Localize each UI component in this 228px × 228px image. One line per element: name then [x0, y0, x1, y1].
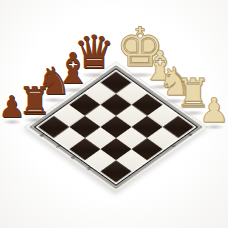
- chess-piece-light-bishop: ♝: [140, 46, 181, 87]
- chessboard-mat: 8765ef: [24, 61, 208, 192]
- chess-piece-dark-knight: ♞: [35, 62, 73, 100]
- product-photo-stage: 8765ef ♟♜♞♝♛♚♝♞♜♟: [0, 0, 228, 228]
- piece-ground-shadow: [3, 119, 22, 125]
- board-coordinate-label: e: [185, 131, 195, 138]
- chessboard-grid: [38, 71, 194, 182]
- chess-piece-dark-pawn: ♟: [0, 92, 27, 122]
- board-coordinate-label: f: [170, 142, 180, 149]
- chessboard-mat-wrapper: 8765ef: [24, 61, 208, 192]
